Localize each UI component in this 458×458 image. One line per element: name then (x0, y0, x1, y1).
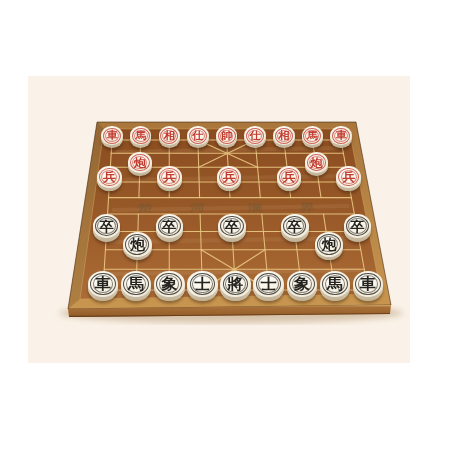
piece-black-soldier[interactable]: 卒 (93, 214, 121, 246)
piece-glyph: 卒 (225, 219, 239, 233)
piece-face: 車 (101, 126, 123, 145)
piece-glyph: 炮 (310, 157, 322, 169)
piece-glyph: 兵 (163, 171, 176, 183)
piece-red-soldier[interactable]: 兵 (97, 166, 122, 195)
piece-face: 仕 (187, 126, 209, 145)
piece-glyph: 車 (360, 276, 376, 291)
piece-black-soldier[interactable]: 卒 (218, 214, 246, 246)
piece-face: 仕 (244, 126, 266, 145)
piece-glyph: 炮 (321, 237, 336, 251)
piece-black-advisor[interactable]: 士 (187, 271, 218, 306)
piece-glyph: 士 (194, 276, 210, 291)
piece-face: 卒 (344, 214, 372, 238)
piece-black-horse[interactable]: 馬 (320, 271, 351, 306)
piece-glyph: 相 (164, 130, 175, 141)
piece-black-chariot[interactable]: 車 (88, 271, 119, 306)
piece-black-soldier[interactable]: 卒 (344, 214, 372, 246)
piece-red-cannon[interactable]: 炮 (128, 152, 152, 179)
piece-face: 兵 (277, 166, 302, 188)
piece-glyph: 馬 (135, 130, 146, 141)
piece-red-advisor[interactable]: 仕 (244, 126, 266, 151)
piece-face: 炮 (305, 152, 329, 173)
piece-glyph: 馬 (327, 276, 343, 291)
piece-face: 將 (220, 271, 251, 298)
piece-face: 卒 (218, 214, 246, 238)
piece-glyph: 卒 (99, 219, 113, 233)
piece-glyph: 兵 (342, 171, 355, 183)
piece-glyph: 車 (335, 130, 346, 141)
piece-glyph: 仕 (192, 130, 203, 141)
piece-red-chariot[interactable]: 車 (330, 126, 352, 151)
piece-glyph: 將 (228, 276, 244, 291)
piece-face: 兵 (97, 166, 122, 188)
piece-glyph: 兵 (283, 171, 296, 183)
piece-face: 兵 (217, 166, 242, 188)
piece-glyph: 卒 (162, 219, 176, 233)
piece-red-soldier[interactable]: 兵 (157, 166, 182, 195)
piece-black-elephant[interactable]: 象 (287, 271, 318, 306)
piece-red-chariot[interactable]: 車 (101, 126, 123, 151)
piece-black-soldier[interactable]: 卒 (281, 214, 309, 246)
piece-face: 兵 (157, 166, 182, 188)
piece-glyph: 兵 (103, 171, 116, 183)
piece-face: 象 (287, 271, 318, 298)
piece-glyph: 馬 (307, 130, 318, 141)
piece-glyph: 兵 (223, 171, 236, 183)
piece-red-general[interactable]: 帥 (216, 126, 238, 151)
piece-glyph: 炮 (130, 237, 145, 251)
piece-black-general[interactable]: 將 (220, 271, 251, 306)
piece-glyph: 卒 (288, 219, 302, 233)
piece-glyph: 象 (161, 276, 177, 291)
piece-face: 車 (330, 126, 352, 145)
piece-face: 馬 (302, 126, 324, 145)
piece-glyph: 仕 (250, 130, 261, 141)
piece-glyph: 馬 (128, 276, 144, 291)
piece-face: 兵 (336, 166, 361, 188)
piece-face: 卒 (93, 214, 121, 238)
piece-face: 炮 (123, 232, 152, 257)
piece-black-cannon[interactable]: 炮 (315, 232, 344, 265)
piece-face: 相 (273, 126, 295, 145)
piece-glyph: 士 (261, 276, 277, 291)
piece-face: 炮 (128, 152, 152, 173)
piece-black-cannon[interactable]: 炮 (123, 232, 152, 265)
piece-black-elephant[interactable]: 象 (154, 271, 185, 306)
piece-glyph: 象 (294, 276, 310, 291)
piece-face: 卒 (156, 214, 184, 238)
piece-red-soldier[interactable]: 兵 (277, 166, 302, 195)
piece-red-soldier[interactable]: 兵 (336, 166, 361, 195)
piece-red-advisor[interactable]: 仕 (187, 126, 209, 151)
piece-face: 卒 (281, 214, 309, 238)
piece-red-soldier[interactable]: 兵 (217, 166, 242, 195)
piece-glyph: 相 (278, 130, 289, 141)
piece-face: 士 (187, 271, 218, 298)
piece-glyph: 帥 (221, 130, 232, 141)
piece-red-elephant[interactable]: 相 (273, 126, 295, 151)
pieces-layer: 車馬相仕帥仕相馬車炮炮兵兵兵兵兵卒卒卒卒卒炮炮車馬象士將士象馬車 (0, 0, 458, 458)
piece-red-cannon[interactable]: 炮 (305, 152, 329, 179)
piece-face: 相 (159, 126, 181, 145)
piece-black-chariot[interactable]: 車 (353, 271, 384, 306)
piece-face: 馬 (320, 271, 351, 298)
piece-glyph: 車 (95, 276, 111, 291)
piece-face: 士 (253, 271, 284, 298)
piece-glyph: 炮 (134, 157, 146, 169)
piece-face: 炮 (315, 232, 344, 257)
piece-black-horse[interactable]: 馬 (121, 271, 152, 306)
piece-black-advisor[interactable]: 士 (253, 271, 284, 306)
piece-black-soldier[interactable]: 卒 (156, 214, 184, 246)
piece-red-elephant[interactable]: 相 (159, 126, 181, 151)
piece-face: 象 (154, 271, 185, 298)
piece-red-horse[interactable]: 馬 (302, 126, 324, 151)
product-photo: 楚河漢界 車馬相仕帥仕相馬車炮炮兵兵兵兵兵卒卒卒卒卒炮炮車馬象士將士象馬車 (0, 0, 458, 458)
piece-red-horse[interactable]: 馬 (130, 126, 152, 151)
piece-glyph: 卒 (350, 219, 364, 233)
piece-glyph: 車 (106, 130, 117, 141)
